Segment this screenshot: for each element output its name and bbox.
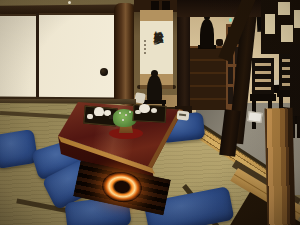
teacup — [87, 114, 93, 119]
ceiling-fixture-dot — [68, 1, 71, 4]
scroll-calligraphy: 松風屋多 — [150, 23, 164, 72]
lattice-opening — [265, 14, 275, 34]
lattice-opening — [281, 25, 293, 42]
teapot — [94, 107, 104, 116]
bronze-statue — [200, 19, 214, 48]
lattice-opening — [294, 10, 300, 28]
fusuma-panel-right — [39, 13, 114, 101]
tokonoma-vent — [162, 1, 170, 10]
tokonoma-vent — [151, 1, 159, 10]
zabuton-cushion — [0, 129, 38, 169]
fusuma-panel-left — [0, 14, 37, 101]
lattice-opening — [278, 2, 290, 15]
dining-chair-back — [252, 58, 274, 96]
tokonoma-figurine — [147, 75, 162, 101]
alcove-round-post — [114, 3, 135, 108]
right-frame-shadow — [290, 44, 300, 116]
dining-chair-seat — [250, 94, 276, 101]
flower-blossoms — [119, 112, 121, 114]
scroll-signature-marks — [144, 40, 146, 56]
table-leg — [297, 113, 300, 138]
white-object-on-threshold — [247, 111, 262, 123]
foreground-door-rail — [264, 108, 295, 225]
photo-japanese-tatami-room: 松風屋多 — [0, 0, 300, 225]
scroll-mount-top — [140, 10, 173, 21]
fusuma-pull-hikite — [100, 68, 108, 76]
white-cup-on-tatami — [177, 110, 190, 120]
teacup — [135, 110, 141, 114]
teacup — [151, 108, 157, 113]
